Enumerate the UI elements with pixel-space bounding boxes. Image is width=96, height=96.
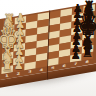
white-rook: ♜ — [1, 60, 13, 73]
black-pawn: ♟ — [71, 50, 81, 61]
white-pawn: ♟ — [14, 60, 24, 71]
black-rook: ♜ — [81, 46, 93, 59]
pieces-layer: ♜♞♝♛♚♝♞♜♟♟♟♟♟♟♟♟♟♟♟♟♟♟♟♟♜♞♝♛♚♝♞♜ — [0, 0, 96, 96]
chess-set-photo: 12345678 ♜♞♝♛♚♝♞♜♟♟♟♟♟♟♟♟♟♟♟♟♟♟♟♟♜♞♝♛♚♝♞… — [0, 0, 96, 96]
